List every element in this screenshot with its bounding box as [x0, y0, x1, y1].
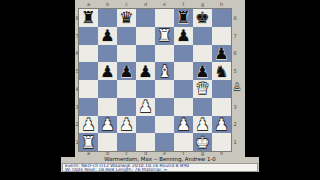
rank-labels-right: 87654321: [232, 9, 238, 151]
square-e3: [155, 98, 174, 116]
square-h8: [212, 9, 231, 27]
square-h4: [212, 80, 231, 98]
rank-label: 3: [232, 98, 238, 116]
square-c4: [117, 80, 136, 98]
square-d6: [136, 45, 155, 63]
square-g2: ♟: [193, 116, 212, 134]
square-b8: [98, 9, 117, 27]
square-d4: [136, 80, 155, 98]
square-c7: [117, 27, 136, 45]
side-to-move-indicator-white-pawn-icon: ♙: [233, 82, 241, 92]
white-pawn: ♟: [214, 116, 228, 133]
square-a5: [79, 62, 98, 80]
square-g1: ♚: [193, 133, 212, 151]
square-g6: [193, 45, 212, 63]
rank-label: 7: [232, 27, 238, 45]
square-b1: [98, 133, 117, 151]
square-d8: [136, 9, 155, 27]
white-rook: ♜: [157, 27, 171, 44]
white-pawn: ♟: [100, 116, 114, 133]
square-b3: [98, 98, 117, 116]
square-c1: [117, 133, 136, 151]
square-a2: ♟: [79, 116, 98, 134]
square-g4: ♛: [193, 80, 212, 98]
black-rook: ♜: [81, 9, 95, 26]
file-label: a: [79, 150, 98, 157]
black-queen: ♛: [119, 9, 133, 26]
square-c6: [117, 45, 136, 63]
white-king: ♚: [195, 134, 209, 151]
square-a1: ♜: [79, 133, 98, 151]
square-e8: [155, 9, 174, 27]
black-pawn: ♟: [100, 63, 114, 80]
file-label: e: [155, 1, 174, 8]
file-label: g: [193, 1, 212, 8]
square-b7: ♟: [98, 27, 117, 45]
file-label: e: [155, 150, 174, 157]
black-pawn: ♟: [176, 27, 190, 44]
black-pawn: ♟: [119, 63, 133, 80]
square-f4: [174, 80, 193, 98]
square-b6: [98, 45, 117, 63]
rank-label: 2: [232, 116, 238, 134]
white-bishop: ♝: [157, 63, 171, 80]
black-pawn: ♟: [214, 45, 228, 62]
white-pawn: ♟: [176, 116, 190, 133]
file-label: a: [79, 1, 98, 8]
square-f7: ♟: [174, 27, 193, 45]
rank-label: 1: [232, 133, 238, 151]
file-label: c: [117, 150, 136, 157]
square-a8: ♜: [79, 9, 98, 27]
file-label: f: [174, 1, 193, 8]
file-label: f: [174, 150, 193, 157]
square-d1: [136, 133, 155, 151]
file-labels-top: abcdefgh: [79, 1, 231, 8]
file-labels-bottom: abcdefgh: [79, 150, 231, 157]
game-info-box: Event: NED-ch U12 Waalwijk 2010.10.16 Ro…: [62, 163, 258, 172]
white-pawn: ♟: [138, 98, 152, 115]
square-f1: [174, 133, 193, 151]
square-b4: [98, 80, 117, 98]
white-pawn: ♟: [119, 116, 133, 133]
black-knight: ♞: [214, 63, 228, 80]
square-a3: [79, 98, 98, 116]
square-h5: ♞: [212, 62, 231, 80]
square-g8: ♚: [193, 9, 212, 27]
rank-label: 6: [232, 45, 238, 63]
square-g3: [193, 98, 212, 116]
square-a6: [79, 45, 98, 63]
square-c5: ♟: [117, 62, 136, 80]
square-e5: ♝: [155, 62, 174, 80]
white-queen: ♛: [195, 80, 209, 97]
square-a4: [79, 80, 98, 98]
black-pawn: ♟: [138, 63, 152, 80]
file-label: c: [117, 1, 136, 8]
square-c8: ♛: [117, 9, 136, 27]
file-label: g: [193, 150, 212, 157]
rank-label: 5: [232, 62, 238, 80]
square-c2: ♟: [117, 116, 136, 134]
square-h2: ♟: [212, 116, 231, 134]
white-rook: ♜: [81, 134, 95, 151]
square-f6: [174, 45, 193, 63]
file-label: d: [136, 1, 155, 8]
square-b2: ♟: [98, 116, 117, 134]
square-f8: ♜: [174, 9, 193, 27]
square-h1: [212, 133, 231, 151]
white-pawn: ♟: [81, 116, 95, 133]
black-king: ♚: [195, 9, 209, 26]
black-pawn: ♟: [100, 27, 114, 44]
caption-panel: Warmerdam, Max -- Benning, Andrew 1-0 Ev…: [61, 157, 259, 172]
rank-label: 8: [232, 9, 238, 27]
chess-board: ♜♛♜♚♟♜♟♟♟♟♟♝♟♞♛♟♟♟♟♟♟♟♜♚: [79, 9, 231, 151]
black-pawn: ♟: [195, 63, 209, 80]
square-d7: [136, 27, 155, 45]
square-e4: [155, 80, 174, 98]
square-e6: [155, 45, 174, 63]
square-d5: ♟: [136, 62, 155, 80]
square-f3: [174, 98, 193, 116]
square-h3: [212, 98, 231, 116]
white-pawn: ♟: [195, 116, 209, 133]
square-c3: [117, 98, 136, 116]
square-d2: [136, 116, 155, 134]
file-label: b: [98, 1, 117, 8]
square-h6: ♟: [212, 45, 231, 63]
square-g7: [193, 27, 212, 45]
square-f2: ♟: [174, 116, 193, 134]
square-h7: [212, 27, 231, 45]
file-label: d: [136, 150, 155, 157]
video-frame: abcdefgh 87654321 ♜♛♜♚♟♜♟♟♟♟♟♝♟♞♛♟♟♟♟♟♟♟…: [0, 0, 320, 180]
file-label: h: [212, 150, 231, 157]
file-label: h: [212, 1, 231, 8]
square-e2: [155, 116, 174, 134]
file-label: b: [98, 150, 117, 157]
square-e1: [155, 133, 174, 151]
black-rook: ♜: [176, 9, 190, 26]
square-a7: [79, 27, 98, 45]
chess-board-panel: abcdefgh 87654321 ♜♛♜♚♟♜♟♟♟♟♟♝♟♞♛♟♟♟♟♟♟♟…: [75, 0, 245, 157]
square-e7: ♜: [155, 27, 174, 45]
square-d3: ♟: [136, 98, 155, 116]
square-g5: ♟: [193, 62, 212, 80]
status-line: W: Opts Next: 18.Re8 Length: 76 Material…: [65, 168, 255, 172]
square-f5: [174, 62, 193, 80]
square-b5: ♟: [98, 62, 117, 80]
